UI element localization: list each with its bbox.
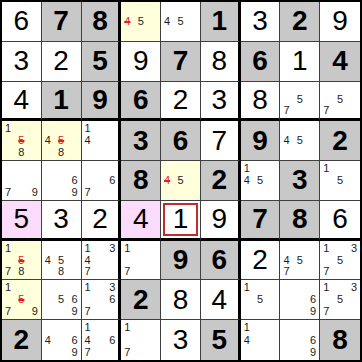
cell-r3c6[interactable]: 3 — [201, 82, 241, 122]
empty-candidate-slot — [95, 163, 105, 175]
empty-candidate-slot — [323, 254, 334, 266]
empty-candidate-slot — [266, 163, 277, 175]
empty-candidate-slot — [135, 334, 146, 346]
cell-r8c6[interactable]: 4 — [201, 280, 241, 320]
solved-digit: 3 — [173, 326, 189, 354]
cell-r1c3[interactable]: 8 — [82, 2, 122, 42]
cell-r8c1[interactable]: 1579 — [2, 280, 42, 320]
empty-candidate-slot — [334, 306, 345, 318]
cell-r2c1[interactable]: 3 — [2, 42, 42, 82]
candidate: 8 — [56, 266, 67, 278]
empty-candidate-slot — [294, 306, 305, 318]
cell-r3c4[interactable]: 6 — [121, 82, 161, 122]
pencil-marks: 45 — [280, 121, 319, 160]
cell-r9c6[interactable]: 5 — [201, 320, 241, 360]
candidate: 7 — [5, 186, 16, 198]
pencil-marks: 79 — [2, 161, 41, 200]
cell-r9c7[interactable]: 14 — [241, 320, 281, 360]
cell-r5c1[interactable]: 79 — [2, 161, 42, 201]
pencil-marks: 1347 — [82, 241, 119, 280]
cell-r7c3[interactable]: 1347 — [82, 241, 122, 281]
candidate: 7 — [5, 306, 16, 318]
cell-r4c5[interactable]: 6 — [161, 121, 201, 161]
cell-r5c4[interactable]: 8 — [121, 161, 161, 201]
cell-r8c3[interactable]: 1367 — [82, 280, 122, 320]
empty-candidate-slot — [244, 186, 255, 198]
cell-r8c5[interactable]: 8 — [161, 280, 201, 320]
cell-r2c2[interactable]: 2 — [42, 42, 82, 82]
cell-r9c8[interactable]: 69 — [280, 320, 320, 360]
empty-candidate-slot — [56, 346, 67, 358]
solved-digit: 3 — [252, 7, 268, 35]
cell-r2c8[interactable]: 1 — [280, 42, 320, 82]
pencil-marks: 1357 — [320, 280, 360, 319]
candidate: 4 — [244, 334, 255, 346]
empty-candidate-slot — [95, 322, 105, 334]
cell-r3c8[interactable]: 57 — [280, 82, 320, 122]
struck-candidate: 4 — [124, 16, 135, 28]
given-digit: 6 — [252, 47, 268, 75]
pencil-marks: 57 — [320, 82, 360, 119]
empty-candidate-slot — [135, 243, 146, 255]
empty-candidate-slot — [186, 175, 197, 187]
empty-candidate-slot — [45, 163, 56, 175]
candidate: 1 — [323, 282, 334, 294]
candidate: 9 — [67, 306, 78, 318]
cell-r5c5[interactable]: 45 — [161, 161, 201, 201]
cell-r1c4[interactable]: 45 — [121, 2, 161, 42]
empty-candidate-slot — [67, 282, 78, 294]
empty-candidate-slot — [334, 105, 345, 116]
cell-r3c3[interactable]: 9 — [82, 82, 122, 122]
given-digit: 2 — [292, 7, 308, 35]
empty-candidate-slot — [95, 147, 105, 159]
candidate: 3 — [105, 243, 115, 255]
empty-candidate-slot — [266, 322, 277, 334]
candidate: 8 — [56, 147, 67, 159]
cell-r7c7[interactable]: 2 — [241, 241, 281, 281]
empty-candidate-slot — [45, 186, 56, 198]
empty-candidate-slot — [146, 266, 157, 278]
given-digit: 1 — [53, 86, 69, 114]
empty-candidate-slot — [186, 163, 197, 175]
candidate: 1 — [85, 123, 95, 135]
cell-r7c2[interactable]: 458 — [42, 241, 82, 281]
empty-candidate-slot — [5, 254, 16, 266]
empty-candidate-slot — [56, 123, 67, 135]
pencil-marks: 458 — [42, 121, 81, 160]
empty-candidate-slot — [346, 163, 357, 175]
cell-r3c5[interactable]: 2 — [161, 82, 201, 122]
cell-r8c4[interactable]: 2 — [121, 280, 161, 320]
pencil-marks: 17 — [121, 241, 160, 280]
empty-candidate-slot — [45, 243, 56, 255]
cell-r6c9[interactable]: 6 — [320, 201, 360, 241]
candidate: 5 — [334, 294, 345, 306]
empty-candidate-slot — [146, 322, 157, 334]
cell-r6c1[interactable]: 5 — [2, 201, 42, 241]
empty-candidate-slot — [323, 294, 334, 306]
empty-candidate-slot — [27, 135, 38, 147]
empty-candidate-slot — [124, 27, 135, 39]
cell-r5c7[interactable]: 145 — [241, 161, 281, 201]
empty-candidate-slot — [16, 186, 27, 198]
empty-candidate-slot — [305, 135, 316, 147]
solved-digit: 9 — [332, 7, 348, 35]
empty-candidate-slot — [95, 294, 105, 306]
candidate: 6 — [105, 294, 115, 306]
empty-candidate-slot — [67, 123, 78, 135]
sudoku-board: 6784545132932597861441962385757158458143… — [0, 0, 362, 362]
candidate: 1 — [5, 243, 16, 255]
cell-r7c4[interactable]: 17 — [121, 241, 161, 281]
cell-r1c2[interactable]: 7 — [42, 2, 82, 42]
empty-candidate-slot — [255, 334, 266, 346]
empty-candidate-slot — [95, 266, 105, 278]
cell-r4c3[interactable]: 14 — [82, 121, 122, 161]
pencil-marks: 15 — [320, 161, 360, 200]
empty-candidate-slot — [334, 266, 345, 278]
candidate: 7 — [124, 266, 135, 278]
empty-candidate-slot — [346, 306, 357, 318]
empty-candidate-slot — [186, 4, 197, 16]
empty-candidate-slot — [95, 282, 105, 294]
given-digit: 2 — [332, 127, 348, 155]
empty-candidate-slot — [135, 27, 146, 39]
empty-candidate-slot — [146, 243, 157, 255]
cell-r4c2[interactable]: 458 — [42, 121, 82, 161]
empty-candidate-slot — [16, 123, 27, 135]
empty-candidate-slot — [67, 322, 78, 334]
empty-candidate-slot — [27, 254, 38, 266]
candidate: 4 — [164, 16, 175, 28]
cell-r3c9[interactable]: 57 — [320, 82, 360, 122]
empty-candidate-slot — [283, 282, 294, 294]
empty-candidate-slot — [56, 322, 67, 334]
pencil-marks: 1357 — [320, 241, 360, 280]
solved-digit: 2 — [92, 205, 108, 233]
empty-candidate-slot — [186, 27, 197, 39]
solved-digit: 1 — [173, 205, 189, 233]
empty-candidate-slot — [135, 4, 146, 16]
empty-candidate-slot — [67, 254, 78, 266]
empty-candidate-slot — [294, 123, 305, 135]
candidate: 4 — [85, 135, 95, 147]
cell-r1c7[interactable]: 3 — [241, 2, 281, 42]
empty-candidate-slot — [45, 175, 56, 187]
candidate: 5 — [294, 254, 305, 266]
pencil-marks: 145 — [241, 161, 280, 200]
cell-r5c8[interactable]: 3 — [280, 161, 320, 201]
pencil-marks: 15 — [241, 280, 280, 319]
empty-candidate-slot — [294, 105, 305, 116]
candidate: 1 — [323, 163, 334, 175]
cell-r6c2[interactable]: 3 — [42, 201, 82, 241]
empty-candidate-slot — [346, 94, 357, 105]
empty-candidate-slot — [283, 243, 294, 255]
cell-r4c9[interactable]: 2 — [320, 121, 360, 161]
candidate: 6 — [105, 175, 115, 187]
empty-candidate-slot — [346, 294, 357, 306]
empty-candidate-slot — [266, 175, 277, 187]
given-digit: 7 — [53, 7, 69, 35]
empty-candidate-slot — [105, 322, 115, 334]
empty-candidate-slot — [346, 105, 357, 116]
given-digit: 6 — [173, 127, 189, 155]
empty-candidate-slot — [283, 346, 294, 358]
candidate: 6 — [67, 175, 78, 187]
given-digit: 5 — [92, 47, 108, 75]
cell-r7c1[interactable]: 1578 — [2, 241, 42, 281]
candidate: 5 — [334, 254, 345, 266]
struck-candidate: 4 — [164, 175, 175, 187]
given-digit: 9 — [173, 246, 189, 274]
empty-candidate-slot — [244, 306, 255, 318]
empty-candidate-slot — [5, 163, 16, 175]
empty-candidate-slot — [56, 163, 67, 175]
pencil-marks: 57 — [280, 82, 319, 119]
cell-r1c1[interactable]: 6 — [2, 2, 42, 42]
empty-candidate-slot — [105, 266, 115, 278]
solved-digit: 1 — [292, 47, 308, 75]
empty-candidate-slot — [305, 266, 316, 278]
candidate: 5 — [56, 294, 67, 306]
candidate: 1 — [85, 322, 95, 334]
cell-r6c3[interactable]: 2 — [82, 201, 122, 241]
candidate: 9 — [27, 186, 38, 198]
cell-r9c3[interactable]: 1467 — [82, 320, 122, 360]
empty-candidate-slot — [255, 282, 266, 294]
empty-candidate-slot — [67, 266, 78, 278]
struck-candidate: 5 — [16, 294, 27, 306]
cell-r1c9[interactable]: 9 — [320, 2, 360, 42]
empty-candidate-slot — [56, 282, 67, 294]
empty-candidate-slot — [124, 254, 135, 266]
solved-digit: 8 — [211, 47, 227, 75]
pencil-marks: 69 — [42, 161, 81, 200]
cell-r1c6[interactable]: 1 — [201, 2, 241, 42]
empty-candidate-slot — [27, 266, 38, 278]
candidate: 6 — [305, 294, 316, 306]
cell-r3c1[interactable]: 4 — [2, 82, 42, 122]
empty-candidate-slot — [255, 186, 266, 198]
candidate: 9 — [305, 306, 316, 318]
empty-candidate-slot — [255, 163, 266, 175]
candidate: 5 — [255, 294, 266, 306]
cell-r8c8[interactable]: 69 — [280, 280, 320, 320]
cell-r3c7[interactable]: 8 — [241, 82, 281, 122]
empty-candidate-slot — [27, 123, 38, 135]
empty-candidate-slot — [146, 16, 157, 28]
empty-candidate-slot — [164, 186, 175, 198]
empty-candidate-slot — [283, 306, 294, 318]
candidate: 5 — [175, 16, 186, 28]
empty-candidate-slot — [5, 294, 16, 306]
given-digit: 3 — [292, 166, 308, 194]
cell-r5c6[interactable]: 2 — [201, 161, 241, 201]
empty-candidate-slot — [105, 346, 115, 358]
pencil-marks: 1467 — [82, 320, 119, 360]
candidate: 3 — [346, 243, 357, 255]
cell-r1c5[interactable]: 45 — [161, 2, 201, 42]
cell-r2c3[interactable]: 5 — [82, 42, 122, 82]
empty-candidate-slot — [255, 346, 266, 358]
cell-r9c2[interactable]: 469 — [42, 320, 82, 360]
given-digit: 7 — [173, 47, 189, 75]
pencil-marks: 45 — [161, 2, 200, 41]
solved-digit: 2 — [252, 246, 268, 274]
cell-r4c7[interactable]: 9 — [241, 121, 281, 161]
cell-r2c6[interactable]: 8 — [201, 42, 241, 82]
empty-candidate-slot — [266, 186, 277, 198]
empty-candidate-slot — [175, 27, 186, 39]
cell-r8c2[interactable]: 569 — [42, 280, 82, 320]
cell-r7c8[interactable]: 457 — [280, 241, 320, 281]
empty-candidate-slot — [346, 175, 357, 187]
empty-candidate-slot — [164, 4, 175, 16]
candidate: 4 — [85, 334, 95, 346]
given-digit: 6 — [211, 246, 227, 274]
cell-r8c9[interactable]: 1357 — [320, 280, 360, 320]
empty-candidate-slot — [56, 306, 67, 318]
cell-r9c9[interactable]: 8 — [320, 320, 360, 360]
empty-candidate-slot — [294, 147, 305, 159]
empty-candidate-slot — [305, 254, 316, 266]
candidate: 9 — [305, 346, 316, 358]
empty-candidate-slot — [95, 175, 105, 187]
empty-candidate-slot — [56, 243, 67, 255]
pencil-marks: 14 — [241, 320, 280, 360]
cell-r7c9[interactable]: 1357 — [320, 241, 360, 281]
candidate: 1 — [124, 322, 135, 334]
cell-r6c6[interactable]: 9 — [201, 201, 241, 241]
given-digit: 2 — [211, 166, 227, 194]
empty-candidate-slot — [105, 254, 115, 266]
empty-candidate-slot — [27, 175, 38, 187]
empty-candidate-slot — [105, 306, 115, 318]
pencil-marks: 569 — [42, 280, 81, 319]
cell-r5c9[interactable]: 15 — [320, 161, 360, 201]
empty-candidate-slot — [16, 243, 27, 255]
empty-candidate-slot — [95, 123, 105, 135]
cell-r6c4[interactable]: 4 — [121, 201, 161, 241]
empty-candidate-slot — [56, 175, 67, 187]
solved-digit: 6 — [332, 205, 348, 233]
empty-candidate-slot — [56, 186, 67, 198]
empty-candidate-slot — [266, 346, 277, 358]
solved-digit: 5 — [14, 205, 30, 233]
cell-r2c5[interactable]: 7 — [161, 42, 201, 82]
solved-digit: 3 — [53, 205, 69, 233]
given-digit: 8 — [332, 326, 348, 354]
candidate: 1 — [5, 123, 16, 135]
empty-candidate-slot — [135, 266, 146, 278]
cell-r2c4[interactable]: 9 — [121, 42, 161, 82]
empty-candidate-slot — [283, 322, 294, 334]
cell-r8c7[interactable]: 15 — [241, 280, 281, 320]
candidate: 1 — [85, 282, 95, 294]
empty-candidate-slot — [334, 163, 345, 175]
candidate: 4 — [45, 254, 56, 266]
empty-candidate-slot — [135, 322, 146, 334]
empty-candidate-slot — [294, 282, 305, 294]
cell-r6c8[interactable]: 8 — [280, 201, 320, 241]
cell-r4c6[interactable]: 7 — [201, 121, 241, 161]
empty-candidate-slot — [334, 282, 345, 294]
cell-r5c3[interactable]: 67 — [82, 161, 122, 201]
pencil-marks: 469 — [42, 320, 81, 360]
cell-r4c8[interactable]: 45 — [280, 121, 320, 161]
pencil-marks: 45 — [121, 2, 160, 41]
struck-candidate: 5 — [56, 135, 67, 147]
cell-r9c5[interactable]: 3 — [161, 320, 201, 360]
cell-r7c5[interactable]: 9 — [161, 241, 201, 281]
candidate: 4 — [85, 254, 95, 266]
cell-r9c1[interactable]: 2 — [2, 320, 42, 360]
cell-r4c1[interactable]: 158 — [2, 121, 42, 161]
solved-digit: 2 — [53, 47, 69, 75]
cell-r2c9[interactable]: 4 — [320, 42, 360, 82]
empty-candidate-slot — [85, 294, 95, 306]
empty-candidate-slot — [266, 306, 277, 318]
empty-candidate-slot — [346, 186, 357, 198]
empty-candidate-slot — [45, 266, 56, 278]
struck-candidate: 5 — [16, 135, 27, 147]
pencil-marks: 45 — [161, 161, 200, 200]
candidate: 6 — [67, 294, 78, 306]
cell-r7c6[interactable]: 6 — [201, 241, 241, 281]
empty-candidate-slot — [294, 294, 305, 306]
empty-candidate-slot — [294, 243, 305, 255]
given-digit: 3 — [133, 127, 149, 155]
empty-candidate-slot — [27, 282, 38, 294]
pencil-marks: 1578 — [2, 241, 41, 280]
empty-candidate-slot — [85, 163, 95, 175]
given-digit: 9 — [92, 86, 108, 114]
empty-candidate-slot — [45, 147, 56, 159]
cell-r5c2[interactable]: 69 — [42, 161, 82, 201]
empty-candidate-slot — [45, 123, 56, 135]
empty-candidate-slot — [334, 243, 345, 255]
given-digit: 1 — [211, 7, 227, 35]
cell-r6c7[interactable]: 7 — [241, 201, 281, 241]
candidate: 7 — [283, 266, 294, 278]
cell-r6c5[interactable]: 1 — [161, 201, 201, 241]
empty-candidate-slot — [5, 135, 16, 147]
cell-r2c7[interactable]: 6 — [241, 42, 281, 82]
struck-candidate: 5 — [16, 254, 27, 266]
candidate: 6 — [67, 334, 78, 346]
candidate: 4 — [45, 135, 56, 147]
empty-candidate-slot — [95, 243, 105, 255]
empty-candidate-slot — [346, 84, 357, 95]
empty-candidate-slot — [45, 282, 56, 294]
cell-r9c4[interactable]: 17 — [121, 320, 161, 360]
empty-candidate-slot — [294, 334, 305, 346]
candidate: 9 — [67, 346, 78, 358]
candidate: 5 — [294, 94, 305, 105]
candidate: 9 — [27, 306, 38, 318]
cell-r1c8[interactable]: 2 — [280, 2, 320, 42]
cell-r4c4[interactable]: 3 — [121, 121, 161, 161]
empty-candidate-slot — [175, 163, 186, 175]
empty-candidate-slot — [305, 123, 316, 135]
empty-candidate-slot — [175, 186, 186, 198]
pencil-marks: 14 — [82, 121, 119, 160]
empty-candidate-slot — [164, 163, 175, 175]
candidate: 1 — [124, 243, 135, 255]
cell-r3c2[interactable]: 1 — [42, 82, 82, 122]
